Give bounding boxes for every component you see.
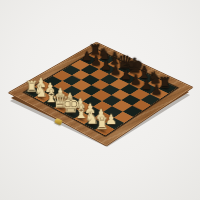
chess-board: ♜♞♝♛♚♝♞♜♟♟♟♟♟♟♟♟♟♟♟♟♟♟♟♟♜♞♝♛♚♝♞♜: [7, 42, 193, 147]
piece-black-pawn-h7: ♟: [147, 83, 167, 95]
piece-white-rook-h1: ♜: [91, 117, 112, 132]
product-photo: ♜♞♝♛♚♝♞♜♟♟♟♟♟♟♟♟♟♟♟♟♟♟♟♟♜♞♝♛♚♝♞♜: [0, 0, 200, 200]
chess-set-scene: ♜♞♝♛♚♝♞♜♟♟♟♟♟♟♟♟♟♟♟♟♟♟♟♟♜♞♝♛♚♝♞♜: [0, 0, 200, 200]
